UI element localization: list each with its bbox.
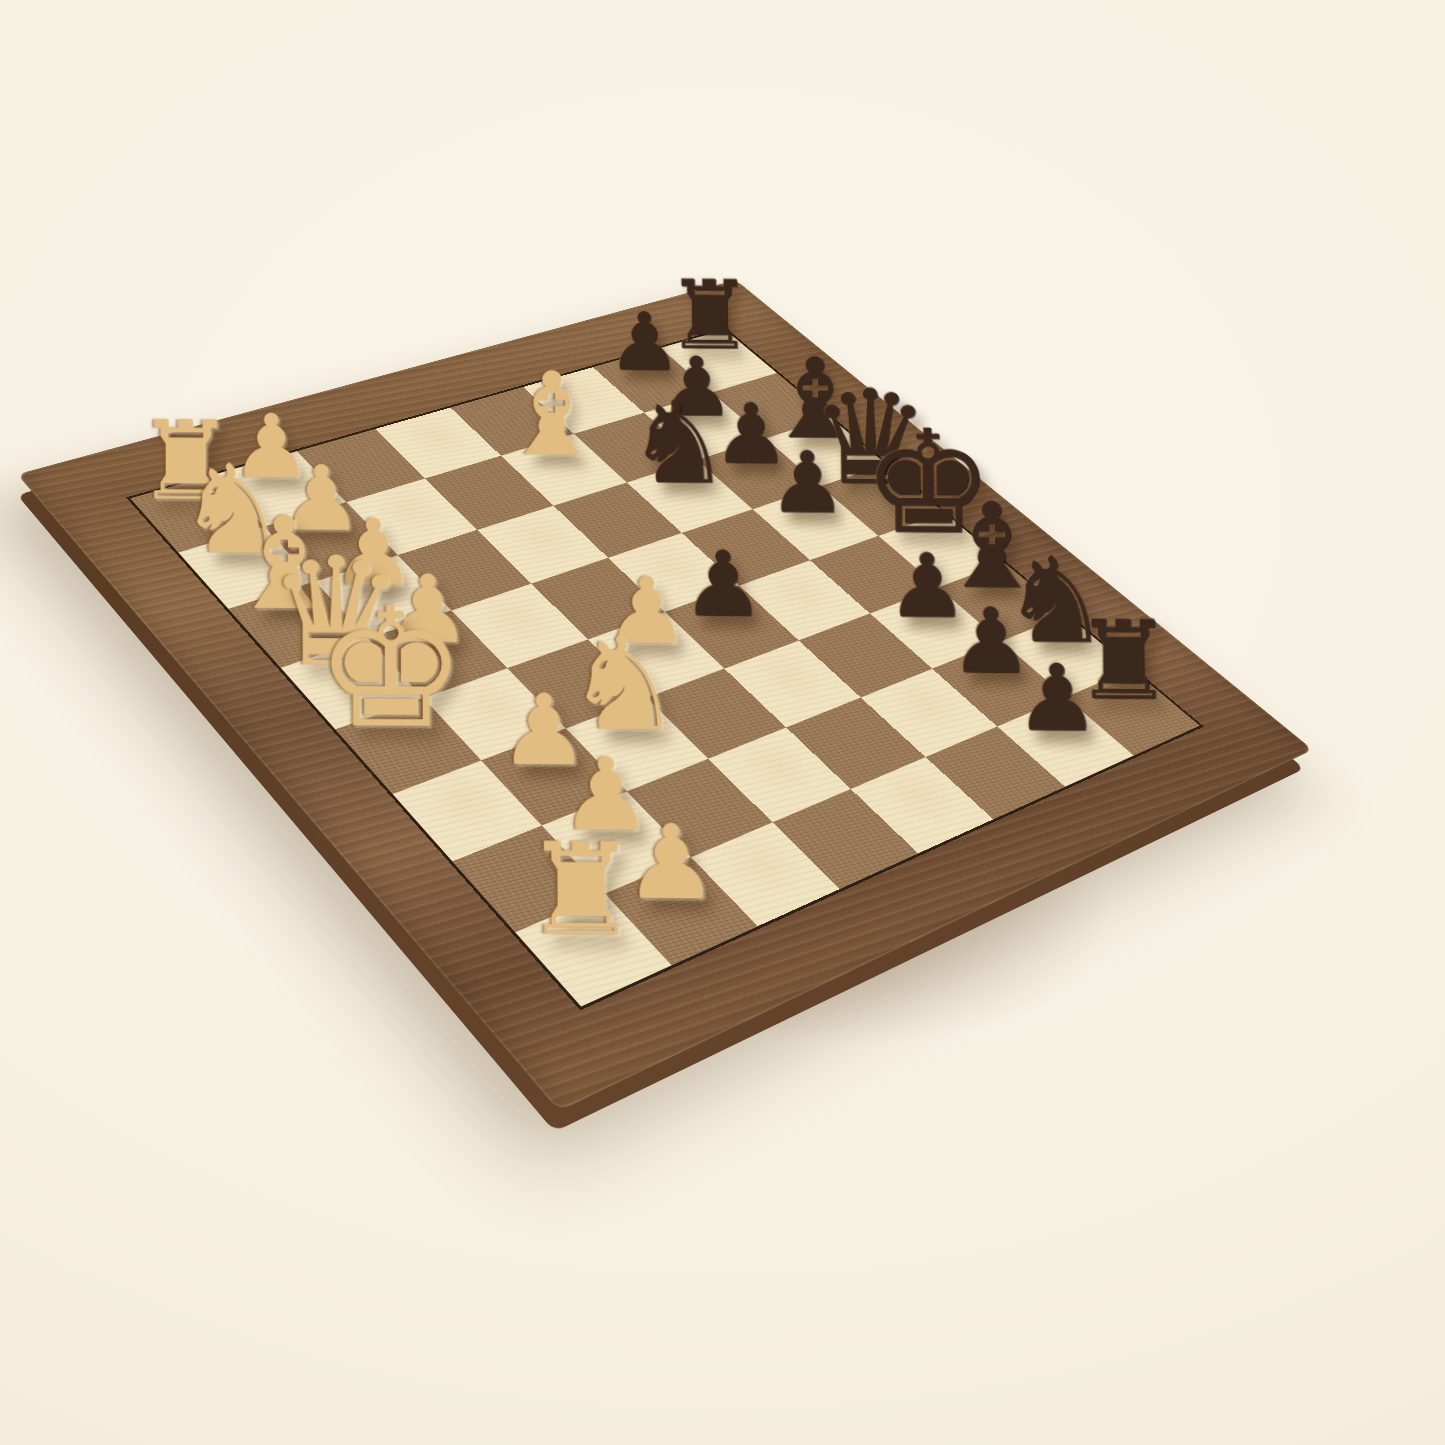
black-knight[interactable]: ♞ (626, 386, 731, 500)
scene: ♜♝♛♚♝♞♜♟♟♟♟♟♟♟♞♝♟♟♞♟♟♟♟♟♟♟♜♞♝♛♚♜ (0, 0, 1445, 1445)
square-h1[interactable]: ♜ (515, 894, 671, 1007)
square-e1[interactable]: ♚ (335, 698, 481, 794)
white-bishop[interactable]: ♝ (499, 357, 606, 473)
black-pawn[interactable]: ♟ (768, 440, 847, 525)
black-pawn[interactable]: ♟ (681, 539, 764, 629)
white-king[interactable]: ♚ (314, 585, 467, 751)
white-rook[interactable]: ♜ (522, 827, 640, 955)
black-pawn[interactable]: ♟ (1014, 652, 1099, 744)
